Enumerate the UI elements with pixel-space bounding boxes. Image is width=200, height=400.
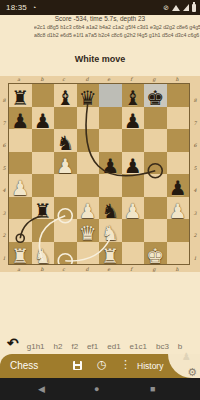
- history-tab-label[interactable]: History: [137, 361, 163, 371]
- square-f4[interactable]: [122, 174, 145, 197]
- nav-home-button[interactable]: ●: [94, 385, 99, 394]
- pawn-icon: ♟: [182, 352, 191, 362]
- square-a1[interactable]: ♜: [9, 242, 32, 265]
- rank-label-right-2: 2: [193, 233, 196, 239]
- square-d7[interactable]: [77, 107, 100, 130]
- square-b8[interactable]: [32, 84, 55, 107]
- square-b2[interactable]: [32, 219, 55, 242]
- square-h5[interactable]: [167, 152, 190, 175]
- rank-label-right-3: 3: [193, 210, 196, 216]
- square-c4[interactable]: [54, 174, 77, 197]
- rank-label-right-8: 8: [193, 98, 196, 104]
- square-f7[interactable]: ♟: [122, 107, 145, 130]
- square-f2[interactable]: [122, 219, 145, 242]
- rank-label-left-5: 5: [2, 165, 5, 171]
- square-e3[interactable]: ♞: [99, 197, 122, 220]
- file-label-top-c: c: [62, 77, 65, 83]
- file-label-top-g: g: [152, 77, 155, 83]
- square-h8[interactable]: [167, 84, 190, 107]
- square-b6[interactable]: [32, 129, 55, 152]
- chess-app-screen: { "game": "chess", "position": "r1bq1bk1…: [0, 0, 200, 400]
- square-a8[interactable]: ♜: [9, 84, 32, 107]
- move-history-row: ↶ g1h1h2f2ef1ed1e1c1bc3b: [0, 334, 200, 354]
- square-b7[interactable]: ♟: [32, 107, 55, 130]
- square-d3[interactable]: ♟: [77, 197, 100, 220]
- file-label-bottom-g: g: [152, 266, 155, 272]
- file-label-bottom-d: d: [85, 266, 88, 272]
- file-label-top-e: e: [107, 77, 110, 83]
- square-a2[interactable]: [9, 219, 32, 242]
- square-h7[interactable]: [167, 107, 190, 130]
- history-move[interactable]: ef1: [87, 342, 98, 351]
- file-label-bottom-f: f: [130, 266, 132, 272]
- square-a4[interactable]: ♟: [9, 174, 32, 197]
- nav-back-button[interactable]: ◀: [38, 385, 45, 394]
- file-label-top-b: b: [40, 77, 43, 83]
- square-f8[interactable]: ♝: [122, 84, 145, 107]
- square-e7[interactable]: [99, 107, 122, 130]
- square-d5[interactable]: [77, 152, 100, 175]
- square-h4[interactable]: ♟: [167, 174, 190, 197]
- square-h2[interactable]: [167, 219, 190, 242]
- clock-time: 18:35: [6, 3, 27, 12]
- history-move[interactable]: bc3: [156, 342, 169, 351]
- rank-label-right-4: 4: [193, 188, 196, 194]
- move-history-list: g1h1h2f2ef1ed1e1c1bc3b: [27, 335, 192, 353]
- file-label-bottom-h: h: [175, 266, 178, 272]
- file-label-top-h: h: [175, 77, 178, 83]
- white-rook-a1[interactable]: ♜: [9, 245, 32, 268]
- square-a5[interactable]: [9, 152, 32, 175]
- file-label-bottom-c: c: [62, 266, 65, 272]
- signal-icon: [183, 4, 189, 11]
- square-f3[interactable]: ♟: [122, 197, 145, 220]
- android-nav-bar: ◀ ● ■: [0, 378, 200, 400]
- chess-board-frame: ♜♝♛♝♚♟♟♟♞♟♟♟♟♟♜♟♞♟♟♛♞♜♞♜♚ aabbccddeeffgg…: [0, 76, 200, 272]
- square-d1[interactable]: [77, 242, 100, 265]
- rank-label-left-4: 4: [2, 188, 5, 194]
- history-clock-icon[interactable]: ◷: [97, 359, 107, 370]
- file-label-bottom-b: b: [40, 266, 43, 272]
- battery-icon: [192, 4, 196, 12]
- history-move[interactable]: g1h1: [27, 342, 45, 351]
- file-label-top-f: f: [130, 77, 132, 83]
- square-e5[interactable]: ♟: [99, 152, 122, 175]
- square-f1[interactable]: [122, 242, 145, 265]
- square-b3[interactable]: ♜: [32, 197, 55, 220]
- square-e1[interactable]: ♜: [99, 242, 122, 265]
- square-c1[interactable]: [54, 242, 77, 265]
- square-d2[interactable]: ♛: [77, 219, 100, 242]
- rank-label-left-2: 2: [2, 233, 5, 239]
- file-label-bottom-a: a: [17, 266, 20, 272]
- file-label-top-a: a: [17, 77, 20, 83]
- square-c8[interactable]: ♝: [54, 84, 77, 107]
- square-d8[interactable]: ♛: [77, 84, 100, 107]
- status-bar: 18:35 ◔ ⊘: [0, 0, 200, 15]
- square-d4[interactable]: [77, 174, 100, 197]
- square-g3[interactable]: [144, 197, 167, 220]
- square-g6[interactable]: [144, 129, 167, 152]
- square-a6[interactable]: [9, 129, 32, 152]
- white-king-g1[interactable]: ♚: [144, 245, 167, 268]
- gear-icon: ⚙: [187, 367, 197, 378]
- square-c6[interactable]: ♞: [54, 129, 77, 152]
- file-label-bottom-e: e: [107, 266, 110, 272]
- square-h6[interactable]: [167, 129, 190, 152]
- square-c2[interactable]: [54, 219, 77, 242]
- file-label-top-d: d: [85, 77, 88, 83]
- rank-label-left-7: 7: [2, 120, 5, 126]
- square-d6[interactable]: [77, 129, 100, 152]
- nav-recents-button[interactable]: ■: [150, 385, 155, 394]
- square-a7[interactable]: ♟: [9, 107, 32, 130]
- chess-board[interactable]: ♜♝♛♝♚♟♟♟♞♟♟♟♟♟♜♟♞♟♟♛♞♜♞♜♚: [9, 84, 189, 264]
- square-g7[interactable]: [144, 107, 167, 130]
- alarm-icon: ◔: [32, 4, 36, 11]
- square-e4[interactable]: [99, 174, 122, 197]
- rank-label-right-5: 5: [193, 165, 196, 171]
- rank-label-right-6: 6: [193, 143, 196, 149]
- app-bar: Chess ◷ ⋮ History ♟ ⚙: [0, 354, 200, 378]
- square-c3[interactable]: [54, 197, 77, 220]
- square-g2[interactable]: [144, 219, 167, 242]
- square-c7[interactable]: [54, 107, 77, 130]
- dnd-icon: ⊘: [163, 4, 169, 11]
- rank-label-right-7: 7: [193, 120, 196, 126]
- turn-indicator: White move: [0, 54, 200, 64]
- history-move[interactable]: ed1: [107, 342, 120, 351]
- rank-label-right-1: 1: [193, 255, 196, 261]
- square-b4[interactable]: [32, 174, 55, 197]
- square-h3[interactable]: ♟: [167, 197, 190, 220]
- settings-corner-fab[interactable]: ♟ ⚙: [168, 354, 200, 378]
- square-g5[interactable]: [144, 152, 167, 175]
- square-f5[interactable]: ♟: [122, 152, 145, 175]
- engine-analysis: Score -534, time 5.7s, depth 23 e2c1 d8g…: [0, 15, 200, 41]
- rank-label-left-3: 3: [2, 210, 5, 216]
- overflow-menu-icon[interactable]: ⋮: [120, 359, 131, 370]
- wifi-icon: [172, 5, 180, 11]
- save-icon[interactable]: [73, 361, 82, 370]
- square-b5[interactable]: [32, 152, 55, 175]
- pv-line-1: e2c1 d8g5 b1c3 c6b4 a1a2 b4a2 c1a2 g5f4 …: [34, 24, 166, 30]
- app-title: Chess: [10, 360, 38, 371]
- history-move[interactable]: b: [178, 342, 182, 351]
- rank-label-left-8: 8: [2, 98, 5, 104]
- square-b1[interactable]: ♞: [32, 242, 55, 265]
- square-e8[interactable]: [99, 84, 122, 107]
- rank-label-left-1: 1: [2, 255, 5, 261]
- square-a3[interactable]: [9, 197, 32, 220]
- square-c5[interactable]: ♟: [54, 152, 77, 175]
- square-h1[interactable]: [167, 242, 190, 265]
- square-g4[interactable]: [144, 174, 167, 197]
- history-move[interactable]: f2: [71, 342, 78, 351]
- undo-button[interactable]: ↶: [7, 336, 19, 350]
- history-move[interactable]: h2: [54, 342, 63, 351]
- history-move[interactable]: e1c1: [130, 342, 147, 351]
- square-e2[interactable]: ♞: [99, 219, 122, 242]
- rank-label-left-6: 6: [2, 143, 5, 149]
- square-g8[interactable]: ♚: [144, 84, 167, 107]
- white-knight-b1[interactable]: ♞: [32, 245, 55, 268]
- white-rook-e1[interactable]: ♜: [99, 245, 122, 268]
- engine-score: Score -534, time 5.7s, depth 23: [28, 15, 172, 22]
- square-f6[interactable]: [122, 129, 145, 152]
- square-g1[interactable]: ♚: [144, 242, 167, 265]
- square-e6[interactable]: [99, 129, 122, 152]
- pv-line-2: a8c8 d1b2 e6d5 e1f1 a7a5 b2c4 c8c6 g2h2 …: [34, 32, 166, 38]
